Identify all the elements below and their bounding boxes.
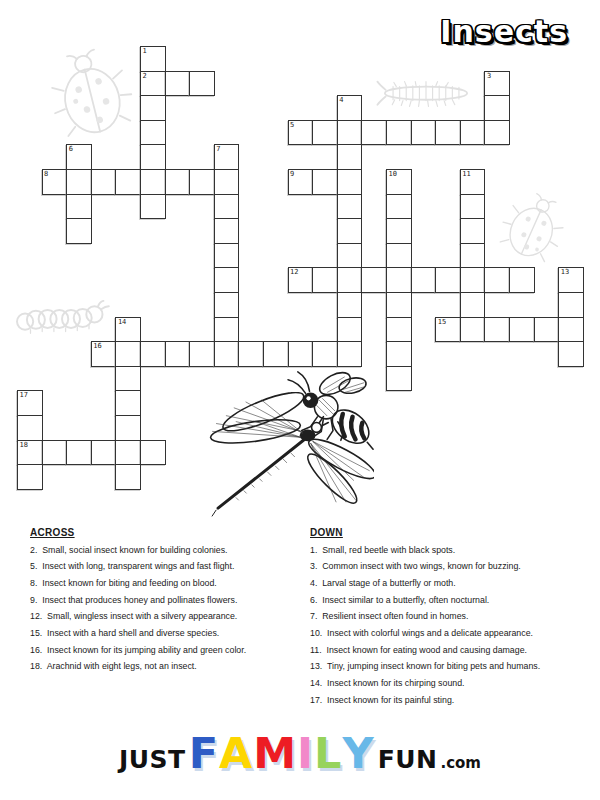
- cell-r16c3[interactable]: [91, 440, 117, 466]
- across-clue-12: 12. Small, wingless insect with a silver…: [30, 611, 288, 622]
- cell-r12c4[interactable]: [115, 341, 141, 367]
- cell-r3c18[interactable]: [460, 120, 486, 146]
- across-clues-section: ACROSS 2. Small, social insect known for…: [30, 527, 288, 678]
- cell-r5c4[interactable]: [115, 169, 141, 195]
- cell-r7c15[interactable]: [386, 218, 412, 244]
- clue-number: 10: [389, 170, 397, 179]
- down-clue-list: 1. Small, red beetle with black spots.3.…: [310, 545, 568, 706]
- cell-r9c15[interactable]: [386, 267, 412, 293]
- cell-r7c13[interactable]: [337, 218, 363, 244]
- down-clue-6: 6. Insect similar to a butterfly, often …: [310, 595, 568, 606]
- down-clue-4: 4. Larval stage of a butterfly or moth.: [310, 578, 568, 589]
- logo-family: FAMILY: [189, 732, 375, 775]
- cell-r1c5[interactable]: 2: [140, 71, 166, 97]
- across-clue-8: 8. Insect known for biting and feeding o…: [30, 578, 288, 589]
- clue-number: 17: [20, 391, 28, 400]
- cell-r5c18[interactable]: 11: [460, 169, 486, 195]
- cell-r6c13[interactable]: [337, 194, 363, 220]
- cell-r5c3[interactable]: [91, 169, 117, 195]
- cell-r12c13[interactable]: [337, 341, 363, 367]
- cell-r3c19[interactable]: [484, 120, 510, 146]
- cell-r5c12[interactable]: [312, 169, 338, 195]
- cell-r9c8[interactable]: [214, 267, 240, 293]
- cell-r12c8[interactable]: [214, 341, 240, 367]
- cell-r17c0[interactable]: [17, 464, 43, 490]
- clue-number: 13: [561, 268, 569, 277]
- cell-r11c8[interactable]: [214, 317, 240, 343]
- cell-r16c4[interactable]: [115, 440, 141, 466]
- down-heading: DOWN: [310, 527, 568, 540]
- down-clue-13: 13. Tiny, jumping insect known for bitin…: [310, 661, 568, 672]
- cell-r11c20[interactable]: [509, 317, 535, 343]
- clue-number: 1: [143, 47, 147, 56]
- cell-r12c11[interactable]: [288, 341, 314, 367]
- cell-r15c4[interactable]: [115, 415, 141, 441]
- cell-r7c8[interactable]: [214, 218, 240, 244]
- cell-r16c1[interactable]: [42, 440, 68, 466]
- cell-r10c18[interactable]: [460, 292, 486, 318]
- clue-number: 15: [438, 318, 446, 327]
- cell-r6c18[interactable]: [460, 194, 486, 220]
- down-clue-14: 14. Insect known for its chirping sound.: [310, 678, 568, 689]
- cell-r9c12[interactable]: [312, 267, 338, 293]
- logo-family-letter: L: [314, 732, 342, 775]
- cell-r16c5[interactable]: [140, 440, 166, 466]
- down-clue-11: 11. Insect known for eating wood and cau…: [310, 645, 568, 656]
- down-clue-1: 1. Small, red beetle with black spots.: [310, 545, 568, 556]
- cell-r14c0[interactable]: 17: [17, 390, 43, 416]
- clue-number: 7: [216, 145, 220, 154]
- cell-r9c16[interactable]: [411, 267, 437, 293]
- cell-r8c18[interactable]: [460, 243, 486, 269]
- cell-r2c19[interactable]: [484, 95, 510, 121]
- cell-r16c0[interactable]: 18: [17, 440, 43, 466]
- down-clues-section: DOWN 1. Small, red beetle with black spo…: [310, 527, 568, 711]
- cell-r5c11[interactable]: 9: [288, 169, 314, 195]
- cell-r4c2[interactable]: 6: [66, 144, 92, 170]
- cell-r3c16[interactable]: [411, 120, 437, 146]
- cell-r1c6[interactable]: [165, 71, 191, 97]
- cell-r6c5[interactable]: [140, 194, 166, 220]
- logo-com: .com: [440, 754, 481, 772]
- cell-r3c14[interactable]: [361, 120, 387, 146]
- clue-number: 6: [69, 145, 73, 154]
- logo-just: JUST: [119, 745, 186, 774]
- cell-r9c18[interactable]: [460, 267, 486, 293]
- cell-r10c15[interactable]: [386, 292, 412, 318]
- cell-r9c20[interactable]: [509, 267, 535, 293]
- cell-r3c17[interactable]: [435, 120, 461, 146]
- logo-family-letter: A: [219, 732, 253, 775]
- across-clue-18: 18. Arachnid with eight legs, not an ins…: [30, 661, 288, 672]
- cell-r8c13[interactable]: [337, 243, 363, 269]
- cell-r4c13[interactable]: [337, 144, 363, 170]
- cell-r12c6[interactable]: [165, 341, 191, 367]
- cell-r11c22[interactable]: [558, 317, 584, 343]
- crossword-worksheet: Insects: [0, 0, 600, 800]
- cell-r1c19[interactable]: 3: [484, 71, 510, 97]
- cell-r8c8[interactable]: [214, 243, 240, 269]
- cell-r5c8[interactable]: [214, 169, 240, 195]
- cell-r2c5[interactable]: [140, 95, 166, 121]
- cell-r11c21[interactable]: [534, 317, 560, 343]
- crossword-board: 123456789101112131415161718: [17, 46, 584, 490]
- cell-r10c22[interactable]: [558, 292, 584, 318]
- cell-r9c22[interactable]: 13: [558, 267, 584, 293]
- cell-r9c11[interactable]: 12: [288, 267, 314, 293]
- cell-r3c12[interactable]: [312, 120, 338, 146]
- cell-r3c5[interactable]: [140, 120, 166, 146]
- cell-r3c15[interactable]: [386, 120, 412, 146]
- cell-r8c15[interactable]: [386, 243, 412, 269]
- cell-r12c9[interactable]: [238, 341, 264, 367]
- cell-r0c5[interactable]: 1: [140, 46, 166, 72]
- cell-r9c13[interactable]: [337, 267, 363, 293]
- cell-r5c5[interactable]: [140, 169, 166, 195]
- cell-r7c2[interactable]: [66, 218, 92, 244]
- cell-r5c6[interactable]: [165, 169, 191, 195]
- logo-family-letter: F: [189, 732, 219, 775]
- cell-r9c19[interactable]: [484, 267, 510, 293]
- logo-family-letter: M: [253, 732, 297, 775]
- cell-r9c17[interactable]: [435, 267, 461, 293]
- cell-r6c8[interactable]: [214, 194, 240, 220]
- cell-r13c4[interactable]: [115, 366, 141, 392]
- cell-r10c13[interactable]: [337, 292, 363, 318]
- logo-fun: FUN: [378, 745, 438, 774]
- page-title: Insects: [440, 14, 568, 49]
- clue-number: 9: [290, 170, 294, 179]
- cell-r5c1[interactable]: 8: [42, 169, 68, 195]
- cell-r17c4[interactable]: [115, 464, 141, 490]
- cell-r12c5[interactable]: [140, 341, 166, 367]
- cell-r11c18[interactable]: [460, 317, 486, 343]
- across-clue-5: 5. Insect with long, transparent wings a…: [30, 561, 288, 572]
- across-clue-15: 15. Insect with a hard shell and diverse…: [30, 628, 288, 639]
- logo-family-letter: I: [297, 732, 314, 775]
- across-clue-list: 2. Small, social insect known for buildi…: [30, 545, 288, 673]
- cell-r3c11[interactable]: 5: [288, 120, 314, 146]
- clue-number: 2: [143, 72, 147, 81]
- cell-r5c13[interactable]: [337, 169, 363, 195]
- across-heading: ACROSS: [30, 527, 288, 540]
- cell-r6c15[interactable]: [386, 194, 412, 220]
- across-clue-9: 9. Insect that produces honey and pollin…: [30, 595, 288, 606]
- cell-r5c2[interactable]: [66, 169, 92, 195]
- cell-r12c15[interactable]: [386, 341, 412, 367]
- cell-r11c13[interactable]: [337, 317, 363, 343]
- across-clue-2: 2. Small, social insect known for buildi…: [30, 545, 288, 556]
- cell-r3c13[interactable]: [337, 120, 363, 146]
- down-clue-3: 3. Common insect with two wings, known f…: [310, 561, 568, 572]
- cell-r6c2[interactable]: [66, 194, 92, 220]
- cell-r4c8[interactable]: 7: [214, 144, 240, 170]
- cell-r9c14[interactable]: [361, 267, 387, 293]
- across-clue-16: 16. Insect known for its jumping ability…: [30, 645, 288, 656]
- down-clue-10: 10. Insect with colorful wings and a del…: [310, 628, 568, 639]
- cell-r12c10[interactable]: [263, 341, 289, 367]
- cell-r11c19[interactable]: [484, 317, 510, 343]
- cell-r4c5[interactable]: [140, 144, 166, 170]
- logo-family-letter: Y: [343, 732, 375, 775]
- cell-r11c4[interactable]: 14: [115, 317, 141, 343]
- cell-r15c0[interactable]: [17, 415, 43, 441]
- down-clue-17: 17. Insect known for its painful sting.: [310, 695, 568, 706]
- cell-r1c7[interactable]: [189, 71, 215, 97]
- cell-r14c4[interactable]: [115, 390, 141, 416]
- cell-r16c2[interactable]: [66, 440, 92, 466]
- cell-r10c8[interactable]: [214, 292, 240, 318]
- clue-number: 5: [290, 121, 294, 130]
- brand-logo: JUST FAMILY FUN .com: [0, 732, 600, 775]
- clue-number: 3: [487, 72, 491, 81]
- cell-r12c7[interactable]: [189, 341, 215, 367]
- clue-number: 8: [44, 170, 48, 179]
- cell-r5c15[interactable]: 10: [386, 169, 412, 195]
- clue-number: 4: [339, 96, 343, 105]
- cell-r12c3[interactable]: 16: [91, 341, 117, 367]
- down-clue-7: 7. Resilient insect often found in homes…: [310, 611, 568, 622]
- cell-r11c15[interactable]: [386, 317, 412, 343]
- cell-r2c13[interactable]: 4: [337, 95, 363, 121]
- clue-number: 16: [93, 342, 101, 351]
- clue-number: 18: [20, 441, 28, 450]
- clue-number: 11: [462, 170, 470, 179]
- cell-r12c22[interactable]: [558, 341, 584, 367]
- clue-number: 14: [118, 318, 126, 327]
- cell-r7c18[interactable]: [460, 218, 486, 244]
- cell-r13c15[interactable]: [386, 366, 412, 392]
- cell-r11c17[interactable]: 15: [435, 317, 461, 343]
- cell-r5c7[interactable]: [189, 169, 215, 195]
- cell-r12c12[interactable]: [312, 341, 338, 367]
- clue-number: 12: [290, 268, 298, 277]
